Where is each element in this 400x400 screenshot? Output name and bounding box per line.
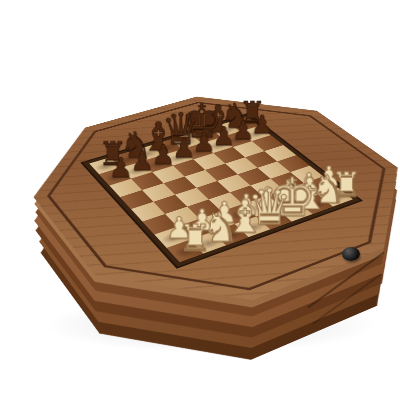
drawer-knob — [342, 247, 360, 261]
chess-box-photo: ♜♞♝♛♚♝♞♜♟♟♟♟♟♟♟♟♟♟♟♟♟♟♟♟♜♞♝♛♚♝♞♜ — [0, 0, 400, 400]
